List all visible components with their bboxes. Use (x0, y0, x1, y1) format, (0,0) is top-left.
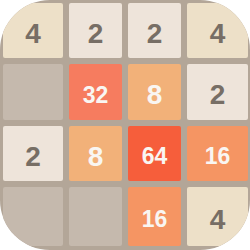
tile-16: 16 (128, 187, 181, 246)
tile-value: 32 (83, 84, 109, 107)
tile-value: 2 (147, 20, 163, 48)
tile-value: 2 (88, 20, 104, 48)
tile-value: 16 (205, 145, 231, 168)
tile-64: 64 (128, 126, 181, 181)
app-icon-2048: 42243282286416164 (0, 0, 250, 250)
tile-16: 16 (187, 126, 248, 181)
tile-value: 16 (142, 208, 168, 231)
empty-cell (3, 187, 63, 246)
tile-2: 2 (187, 64, 248, 120)
tile-2: 2 (3, 126, 63, 181)
tile-value: 2 (25, 143, 41, 171)
tile-2: 2 (128, 3, 181, 58)
tile-8: 8 (128, 64, 181, 120)
tile-value: 8 (147, 81, 163, 109)
empty-cell (3, 64, 63, 120)
tile-4: 4 (3, 3, 63, 58)
board-2048[interactable]: 42243282286416164 (0, 0, 250, 250)
tile-2: 2 (69, 3, 122, 58)
tile-value: 4 (210, 206, 226, 234)
tile-value: 8 (88, 143, 104, 171)
tile-4: 4 (187, 3, 248, 58)
empty-cell (69, 187, 122, 246)
tile-value: 4 (25, 20, 41, 48)
tile-value: 4 (210, 20, 226, 48)
tile-4: 4 (187, 187, 248, 246)
tile-value: 64 (142, 145, 168, 168)
tile-value: 2 (210, 81, 226, 109)
tile-32: 32 (69, 64, 122, 120)
tile-8: 8 (69, 126, 122, 181)
